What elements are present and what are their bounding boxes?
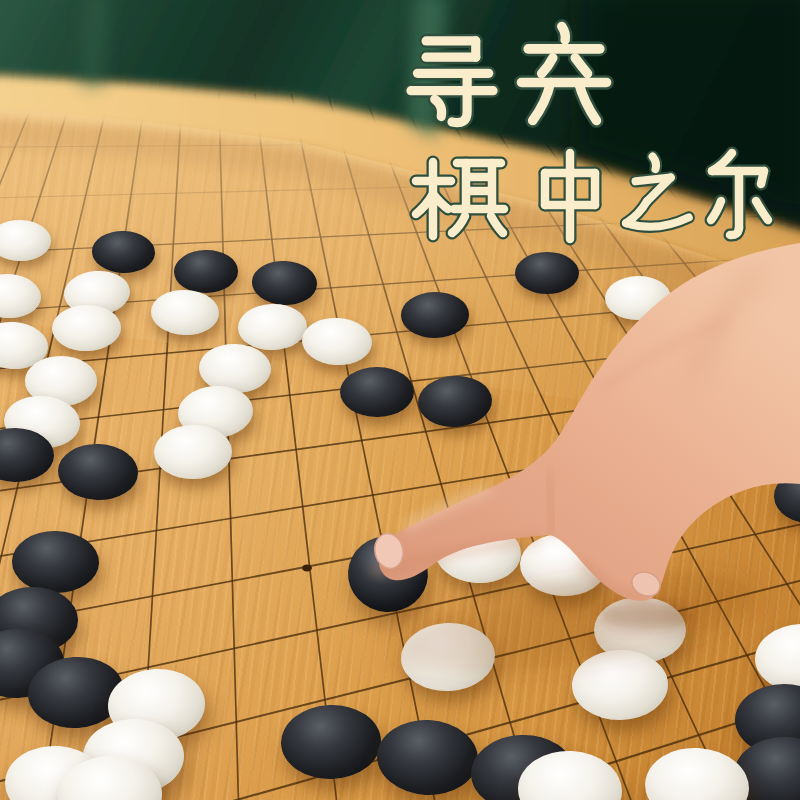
go-board-product-photo: 寻弈 棋中之乐 bbox=[0, 0, 800, 800]
title-calligraphy bbox=[0, 0, 800, 800]
